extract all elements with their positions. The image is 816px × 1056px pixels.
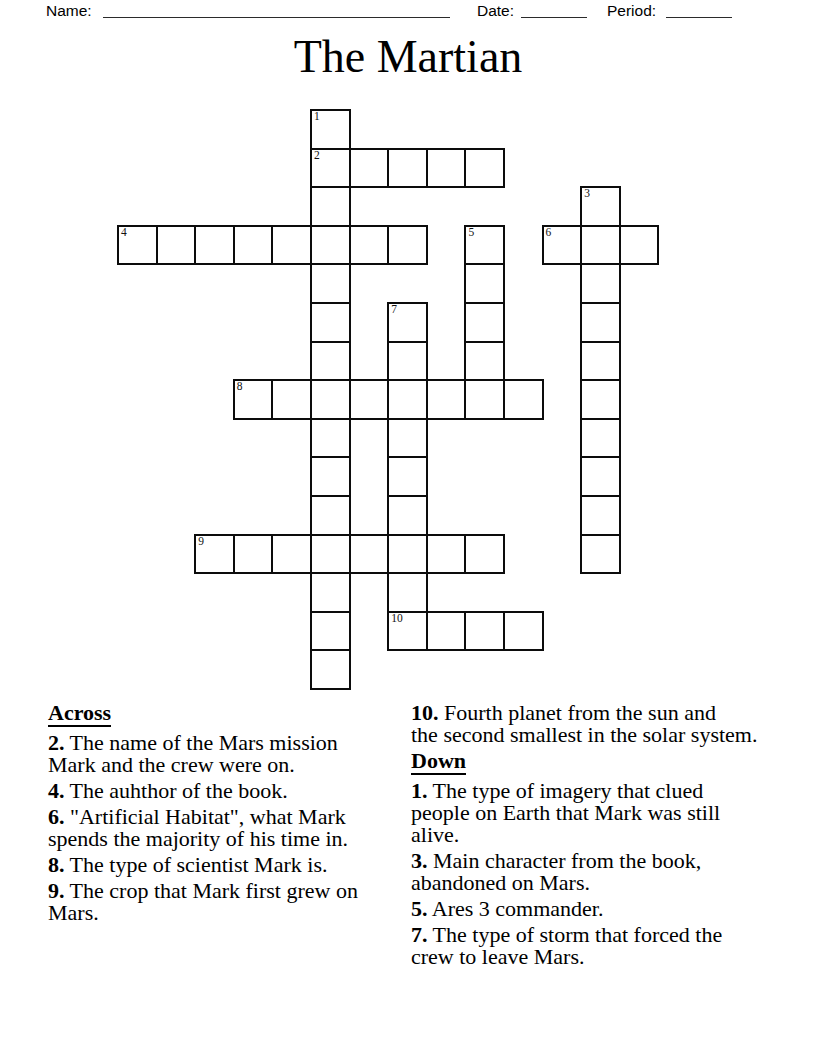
crossword-cell-r7c6[interactable]: [349, 379, 390, 420]
crossword-cell-r7c9[interactable]: [464, 379, 505, 420]
crossword-cell-r6c9[interactable]: [464, 341, 505, 382]
crossword-cell-r1c6[interactable]: [349, 148, 390, 189]
crossword-cell-r3c0[interactable]: 4: [117, 225, 158, 266]
crossword-cell-r11c12[interactable]: [580, 534, 621, 575]
crossword-cell-r11c4[interactable]: [271, 534, 312, 575]
clue-6-line-1: 6. "Artificial Habitat", what Mark: [48, 806, 398, 828]
clue-1: 1. The type of imagery that cluedpeople …: [411, 780, 781, 846]
crossword-cell-r3c9[interactable]: 5: [464, 225, 505, 266]
crossword-cell-r3c11[interactable]: 6: [542, 225, 583, 266]
clue-7-line-2: crew to leave Mars.: [411, 946, 781, 968]
crossword-cell-r11c6[interactable]: [349, 534, 390, 575]
crossword-cell-r10c7[interactable]: [387, 495, 428, 536]
crossword-cell-r11c2[interactable]: 9: [194, 534, 235, 575]
crossword-cell-r7c3[interactable]: 8: [233, 379, 274, 420]
crossword-cell-r0c5[interactable]: 1: [310, 109, 351, 150]
crossword-cell-r9c7[interactable]: [387, 456, 428, 497]
across-heading: Across: [48, 702, 111, 727]
date-label: Date:: [477, 2, 514, 20]
crossword-cell-r8c7[interactable]: [387, 418, 428, 459]
crossword-cell-r7c4[interactable]: [271, 379, 312, 420]
cell-number-4: 4: [121, 226, 127, 239]
crossword-cell-r7c10[interactable]: [503, 379, 544, 420]
across-clue-list: 2. The name of the Mars missionMark and …: [48, 732, 398, 924]
cell-number-5: 5: [468, 226, 474, 239]
crossword-cell-r6c12[interactable]: [580, 341, 621, 382]
crossword-cell-r13c7[interactable]: 10: [387, 611, 428, 652]
clue-3-line-1: 3. Main character from the book,: [411, 850, 781, 872]
crossword-cell-r3c1[interactable]: [156, 225, 197, 266]
page-title: The Martian: [0, 34, 816, 80]
crossword-cell-r6c5[interactable]: [310, 341, 351, 382]
crossword-cell-r8c5[interactable]: [310, 418, 351, 459]
cell-number-2: 2: [314, 149, 320, 162]
crossword-cell-r2c12[interactable]: 3: [580, 186, 621, 227]
across-continued-clue-list: 10. Fourth planet from the sun andthe se…: [411, 702, 781, 746]
crossword-cell-r7c5[interactable]: [310, 379, 351, 420]
crossword-cell-r3c4[interactable]: [271, 225, 312, 266]
crossword-cell-r3c3[interactable]: [233, 225, 274, 266]
cell-number-10: 10: [391, 612, 403, 625]
cell-number-9: 9: [198, 535, 204, 548]
clue-8-line-1: 8. The type of scientist Mark is.: [48, 854, 398, 876]
name-blank-line: [103, 16, 450, 18]
cell-number-6: 6: [546, 226, 552, 239]
crossword-cell-r8c12[interactable]: [580, 418, 621, 459]
crossword-cell-r10c5[interactable]: [310, 495, 351, 536]
date-blank-line: [521, 16, 587, 18]
clue-4-line-1: 4. The auhthor of the book.: [48, 780, 398, 802]
crossword-worksheet: { "header": { "name_label": "Name:", "da…: [0, 0, 816, 1056]
crossword-cell-r11c8[interactable]: [426, 534, 467, 575]
crossword-cell-r13c9[interactable]: [464, 611, 505, 652]
crossword-cell-r2c5[interactable]: [310, 186, 351, 227]
clue-6: 6. "Artificial Habitat", what Markspends…: [48, 806, 398, 850]
crossword-cell-r11c7[interactable]: [387, 534, 428, 575]
crossword-cell-r3c13[interactable]: [619, 225, 660, 266]
crossword-cell-r11c3[interactable]: [233, 534, 274, 575]
crossword-cell-r6c7[interactable]: [387, 341, 428, 382]
clue-1-line-2: people on Earth that Mark was still: [411, 802, 781, 824]
crossword-cell-r3c7[interactable]: [387, 225, 428, 266]
crossword-cell-r7c12[interactable]: [580, 379, 621, 420]
clue-number-8: 8.: [48, 852, 65, 877]
cell-number-7: 7: [391, 303, 397, 316]
clue-number-4: 4.: [48, 778, 65, 803]
crossword-cell-r3c6[interactable]: [349, 225, 390, 266]
crossword-cell-r4c5[interactable]: [310, 263, 351, 304]
crossword-cell-r1c9[interactable]: [464, 148, 505, 189]
name-label: Name:: [46, 2, 92, 20]
across-clues-column: Across 2. The name of the Mars missionMa…: [48, 702, 398, 928]
clue-1-line-3: alive.: [411, 824, 781, 846]
clue-5: 5. Ares 3 commander.: [411, 898, 781, 920]
crossword-cell-r13c10[interactable]: [503, 611, 544, 652]
clue-5-line-1: 5. Ares 3 commander.: [411, 898, 781, 920]
clue-number-5: 5.: [411, 896, 428, 921]
crossword-cell-r11c5[interactable]: [310, 534, 351, 575]
crossword-cell-r3c2[interactable]: [194, 225, 235, 266]
crossword-cell-r11c9[interactable]: [464, 534, 505, 575]
clue-3-line-2: abandoned on Mars.: [411, 872, 781, 894]
cell-number-8: 8: [237, 380, 243, 393]
clue-4: 4. The auhthor of the book.: [48, 780, 398, 802]
crossword-grid: 12345678910: [118, 110, 660, 690]
crossword-cell-r5c5[interactable]: [310, 302, 351, 343]
crossword-cell-r13c5[interactable]: [310, 611, 351, 652]
clue-7-line-1: 7. The type of storm that forced the: [411, 924, 781, 946]
down-heading: Down: [411, 750, 466, 775]
crossword-cell-r9c12[interactable]: [580, 456, 621, 497]
clue-10-line-1: 10. Fourth planet from the sun and: [411, 702, 781, 724]
crossword-cell-r1c7[interactable]: [387, 148, 428, 189]
clue-7: 7. The type of storm that forced thecrew…: [411, 924, 781, 968]
clue-2-line-2: Mark and the crew were on.: [48, 754, 398, 776]
clue-1-line-1: 1. The type of imagery that clued: [411, 780, 781, 802]
crossword-cell-r10c12[interactable]: [580, 495, 621, 536]
cell-number-1: 1: [314, 110, 320, 123]
crossword-cell-r5c12[interactable]: [580, 302, 621, 343]
crossword-cell-r12c7[interactable]: [387, 572, 428, 613]
period-blank-line: [666, 16, 732, 18]
crossword-cell-r3c5[interactable]: [310, 225, 351, 266]
crossword-cell-r4c12[interactable]: [580, 263, 621, 304]
down-clues-column: 10. Fourth planet from the sun andthe se…: [411, 702, 781, 972]
clue-2: 2. The name of the Mars missionMark and …: [48, 732, 398, 776]
down-clue-list: 1. The type of imagery that cluedpeople …: [411, 780, 781, 968]
crossword-cell-r1c8[interactable]: [426, 148, 467, 189]
clue-3: 3. Main character from the book,abandone…: [411, 850, 781, 894]
clue-10: 10. Fourth planet from the sun andthe se…: [411, 702, 781, 746]
crossword-cell-r1c5[interactable]: 2: [310, 148, 351, 189]
period-label: Period:: [607, 2, 656, 20]
crossword-cell-r3c12[interactable]: [580, 225, 621, 266]
crossword-cell-r4c9[interactable]: [464, 263, 505, 304]
clue-8: 8. The type of scientist Mark is.: [48, 854, 398, 876]
clue-10-line-2: the second smallest in the solar system.: [411, 724, 781, 746]
crossword-cell-r12c5[interactable]: [310, 572, 351, 613]
crossword-cell-r7c7[interactable]: [387, 379, 428, 420]
crossword-cell-r5c7[interactable]: 7: [387, 302, 428, 343]
clue-9-line-1: 9. The crop that Mark first grew on: [48, 880, 398, 902]
crossword-cell-r5c9[interactable]: [464, 302, 505, 343]
cell-number-3: 3: [584, 187, 590, 200]
clue-6-line-2: spends the majority of his time in.: [48, 828, 398, 850]
crossword-cell-r14c5[interactable]: [310, 649, 351, 690]
crossword-cell-r7c8[interactable]: [426, 379, 467, 420]
clue-9-line-2: Mars.: [48, 902, 398, 924]
crossword-cell-r13c8[interactable]: [426, 611, 467, 652]
crossword-cell-r9c5[interactable]: [310, 456, 351, 497]
clue-9: 9. The crop that Mark first grew onMars.: [48, 880, 398, 924]
clue-2-line-1: 2. The name of the Mars mission: [48, 732, 398, 754]
